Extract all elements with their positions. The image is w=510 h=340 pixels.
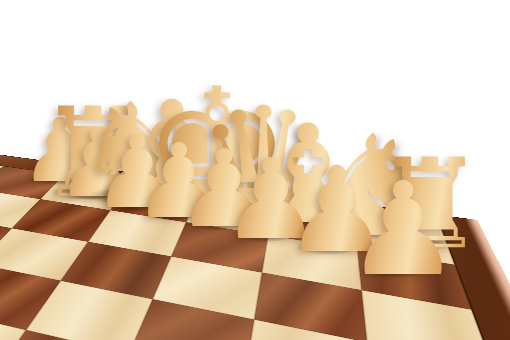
chess-set-photo: ♜♞♝♚♛♝♞♜♟♟♟♟♟♟♟♟: [0, 0, 510, 340]
white-pawn-piece[interactable]: ♟: [345, 165, 461, 294]
